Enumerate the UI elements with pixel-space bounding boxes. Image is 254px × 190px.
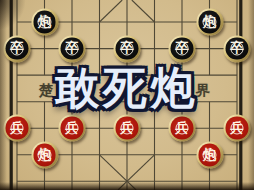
piece-glyph: 兵 [65, 121, 79, 135]
piece-black-soldier[interactable]: 卒 [114, 35, 141, 62]
piece-glyph: 兵 [10, 121, 24, 135]
piece-red-soldier[interactable]: 兵 [114, 115, 141, 142]
piece-black-soldier[interactable]: 卒 [169, 35, 196, 62]
piece-red-cannon[interactable]: 炮 [196, 141, 223, 168]
piece-face: 炮 [198, 11, 221, 34]
piece-face: 炮 [198, 143, 221, 166]
piece-black-soldier[interactable]: 卒 [224, 35, 251, 62]
piece-face: 卒 [171, 37, 194, 60]
piece-glyph: 卒 [10, 41, 24, 55]
piece-face: 卒 [6, 37, 29, 60]
piece-red-soldier[interactable]: 兵 [59, 115, 86, 142]
piece-red-cannon[interactable]: 炮 [31, 141, 58, 168]
piece-glyph: 兵 [120, 121, 134, 135]
piece-glyph: 炮 [38, 148, 52, 162]
piece-black-cannon[interactable]: 炮 [196, 9, 223, 36]
piece-glyph: 卒 [230, 41, 244, 55]
piece-black-cannon[interactable]: 炮 [31, 9, 58, 36]
piece-face: 卒 [226, 37, 249, 60]
piece-red-soldier[interactable]: 兵 [4, 115, 31, 142]
piece-glyph: 兵 [175, 121, 189, 135]
piece-glyph: 卒 [120, 41, 134, 55]
piece-face: 兵 [116, 117, 139, 140]
piece-black-soldier[interactable]: 卒 [4, 35, 31, 62]
piece-glyph: 炮 [203, 15, 217, 29]
piece-face: 卒 [116, 37, 139, 60]
piece-red-soldier[interactable]: 兵 [169, 115, 196, 142]
xiangqi-board-screenshot: 楚 界 炮炮卒卒卒卒卒兵兵兵兵兵炮炮 敢死炮 [0, 0, 254, 190]
right-shadow [248, 0, 254, 190]
bottom-shadow [0, 182, 254, 190]
piece-black-soldier[interactable]: 卒 [59, 35, 86, 62]
piece-face: 兵 [6, 117, 29, 140]
piece-glyph: 炮 [203, 148, 217, 162]
piece-face: 兵 [226, 117, 249, 140]
piece-face: 炮 [33, 143, 56, 166]
piece-face: 兵 [61, 117, 84, 140]
piece-glyph: 卒 [65, 41, 79, 55]
piece-red-soldier[interactable]: 兵 [224, 115, 251, 142]
title-overlay: 敢死炮 [0, 66, 254, 110]
piece-face: 卒 [61, 37, 84, 60]
piece-glyph: 卒 [175, 41, 189, 55]
top-left-shadow [0, 0, 26, 30]
piece-glyph: 兵 [230, 121, 244, 135]
piece-glyph: 炮 [38, 15, 52, 29]
piece-face: 兵 [171, 117, 194, 140]
piece-face: 炮 [33, 11, 56, 34]
